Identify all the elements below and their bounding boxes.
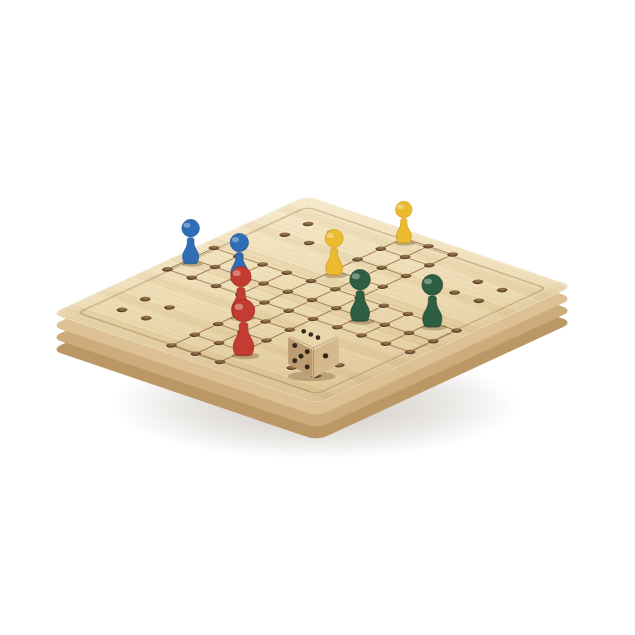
peg-green-1[interactable] — [343, 269, 377, 325]
peg-green-2[interactable] — [415, 274, 450, 331]
peg-blue-1[interactable] — [176, 219, 205, 267]
board-hole — [300, 221, 316, 227]
board-hole — [162, 304, 178, 310]
board-hole — [471, 298, 487, 304]
board-hole — [114, 307, 130, 313]
wooden-die[interactable] — [285, 322, 342, 381]
board-hole — [277, 232, 293, 238]
peg-red-2[interactable] — [225, 299, 262, 360]
board-hole — [470, 279, 486, 285]
board-hole — [137, 296, 153, 302]
board-hole — [301, 240, 317, 246]
ludo-game-scene — [0, 0, 635, 635]
board-hole — [494, 287, 510, 293]
board-hole — [138, 315, 154, 321]
peg-yellow-1[interactable] — [390, 201, 418, 246]
